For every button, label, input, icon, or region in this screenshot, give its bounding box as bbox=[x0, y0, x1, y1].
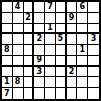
cell-r7c2[interactable] bbox=[13, 67, 24, 78]
cell-r6c2[interactable] bbox=[13, 56, 24, 67]
cell-r5c9[interactable] bbox=[88, 45, 99, 56]
cell-r6c7[interactable] bbox=[67, 56, 78, 67]
cell-r7c8[interactable] bbox=[77, 67, 88, 78]
cell-r4c8[interactable] bbox=[77, 34, 88, 45]
cell-r2c8[interactable] bbox=[77, 13, 88, 24]
cell-r5c4[interactable] bbox=[34, 45, 45, 56]
cell-r9c4[interactable] bbox=[34, 88, 45, 99]
cell-r4c3[interactable] bbox=[24, 34, 35, 45]
cell-r9c9[interactable] bbox=[88, 88, 99, 99]
cell-r5c3[interactable] bbox=[24, 45, 35, 56]
cell-r3c7[interactable] bbox=[67, 24, 78, 35]
sudoku-board: 47629125381932187 bbox=[0, 0, 101, 101]
cell-r7c4: 3 bbox=[34, 67, 45, 78]
cell-r8c1: 1 bbox=[2, 77, 13, 88]
cell-r2c1[interactable] bbox=[2, 13, 13, 24]
sudoku-screenshot: 47629125381932187 bbox=[0, 0, 101, 101]
cell-r2c9[interactable] bbox=[88, 13, 99, 24]
cell-r7c1[interactable] bbox=[2, 67, 13, 78]
cell-r4c6: 5 bbox=[56, 34, 67, 45]
cell-r4c4: 2 bbox=[34, 34, 45, 45]
cell-r7c5[interactable] bbox=[45, 67, 56, 78]
cell-r2c7: 9 bbox=[67, 13, 78, 24]
cell-r3c6[interactable] bbox=[56, 24, 67, 35]
cell-r5c5[interactable] bbox=[45, 45, 56, 56]
cell-r7c3[interactable] bbox=[24, 67, 35, 78]
cell-r3c2[interactable] bbox=[13, 24, 24, 35]
cell-r6c3[interactable] bbox=[24, 56, 35, 67]
cell-r9c3[interactable] bbox=[24, 88, 35, 99]
cell-r1c2: 4 bbox=[13, 2, 24, 13]
cell-r1c4[interactable] bbox=[34, 2, 45, 13]
cell-r4c9: 3 bbox=[88, 34, 99, 45]
cell-r3c5: 1 bbox=[45, 24, 56, 35]
cell-r1c3[interactable] bbox=[24, 2, 35, 13]
cell-r6c1[interactable] bbox=[2, 56, 13, 67]
cell-r5c8: 1 bbox=[77, 45, 88, 56]
cell-r2c6[interactable] bbox=[56, 13, 67, 24]
cell-r6c9[interactable] bbox=[88, 56, 99, 67]
cell-r1c7[interactable] bbox=[67, 2, 78, 13]
cell-r5c2[interactable] bbox=[13, 45, 24, 56]
cell-r5c6[interactable] bbox=[56, 45, 67, 56]
cell-r7c7: 2 bbox=[67, 67, 78, 78]
cell-r8c5[interactable] bbox=[45, 77, 56, 88]
cell-r3c8[interactable] bbox=[77, 24, 88, 35]
cell-r1c5: 7 bbox=[45, 2, 56, 13]
cell-r4c7[interactable] bbox=[67, 34, 78, 45]
cell-r2c4[interactable] bbox=[34, 13, 45, 24]
cell-r8c3[interactable] bbox=[24, 77, 35, 88]
cell-r2c2[interactable] bbox=[13, 13, 24, 24]
cell-r3c3[interactable] bbox=[24, 24, 35, 35]
cell-r9c2[interactable] bbox=[13, 88, 24, 99]
cell-r6c8[interactable] bbox=[77, 56, 88, 67]
cell-r6c6[interactable] bbox=[56, 56, 67, 67]
cell-r3c9[interactable] bbox=[88, 24, 99, 35]
cell-r5c7[interactable] bbox=[67, 45, 78, 56]
cell-r1c9[interactable] bbox=[88, 2, 99, 13]
cell-r8c6[interactable] bbox=[56, 77, 67, 88]
cell-r1c8: 6 bbox=[77, 2, 88, 13]
cell-r7c6[interactable] bbox=[56, 67, 67, 78]
cell-r8c9[interactable] bbox=[88, 77, 99, 88]
cell-r2c5[interactable] bbox=[45, 13, 56, 24]
cell-r9c6[interactable] bbox=[56, 88, 67, 99]
cell-r1c6[interactable] bbox=[56, 2, 67, 13]
cell-r8c4[interactable] bbox=[34, 77, 45, 88]
cell-r3c1[interactable] bbox=[2, 24, 13, 35]
cell-r8c2: 8 bbox=[13, 77, 24, 88]
cell-r1c1[interactable] bbox=[2, 2, 13, 13]
cell-r6c4: 9 bbox=[34, 56, 45, 67]
cell-r9c8[interactable] bbox=[77, 88, 88, 99]
cell-r8c8[interactable] bbox=[77, 77, 88, 88]
cell-r4c2[interactable] bbox=[13, 34, 24, 45]
cell-r4c1[interactable] bbox=[2, 34, 13, 45]
cell-r6c5[interactable] bbox=[45, 56, 56, 67]
cell-r9c7[interactable] bbox=[67, 88, 78, 99]
cell-r9c1: 7 bbox=[2, 88, 13, 99]
cell-r7c9[interactable] bbox=[88, 67, 99, 78]
cell-r5c1: 8 bbox=[2, 45, 13, 56]
cell-r2c3: 2 bbox=[24, 13, 35, 24]
cell-r3c4[interactable] bbox=[34, 24, 45, 35]
cell-r8c7[interactable] bbox=[67, 77, 78, 88]
cell-r9c5[interactable] bbox=[45, 88, 56, 99]
cell-r4c5[interactable] bbox=[45, 34, 56, 45]
